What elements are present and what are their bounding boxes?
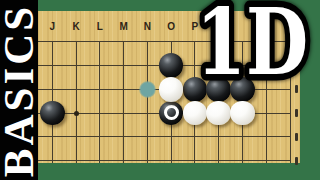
circle-marker-O16: [164, 105, 179, 120]
rank-badge: 1D: [188, 0, 320, 92]
column-label-M: M: [114, 20, 134, 33]
stone-black-J16[interactable]: [40, 101, 65, 126]
column-label-O: O: [161, 20, 181, 33]
column-label-J: J: [42, 20, 62, 33]
rank-text: 1D: [196, 0, 308, 92]
grid-line-horizontal-14: [38, 160, 291, 161]
grid-line-vertical-N: [147, 42, 148, 163]
row-coordinate-clipped-14: [295, 157, 298, 165]
row-coordinate-clipped-15: [295, 133, 298, 141]
grid-line-vertical-L: [99, 42, 100, 163]
column-label-K: K: [66, 20, 86, 33]
star-point-K16: [74, 111, 79, 116]
stone-white-O17[interactable]: [159, 77, 184, 102]
grid-line-vertical-M: [123, 42, 124, 163]
column-label-L: L: [90, 20, 110, 33]
stone-black-O18[interactable]: [159, 53, 184, 78]
stone-white-R16[interactable]: [230, 101, 255, 126]
stone-white-Q16[interactable]: [206, 101, 231, 126]
grid-line-horizontal-15: [38, 136, 291, 137]
column-label-N: N: [137, 20, 157, 33]
grid-line-vertical-K: [76, 42, 77, 163]
banner-text: BASICS: [0, 3, 41, 176]
video-frame: JKLMNOPQ BASICS 1D: [0, 0, 320, 180]
row-coordinate-clipped-16: [295, 109, 298, 117]
basics-banner: BASICS: [0, 0, 38, 180]
highlight-dot-N17[interactable]: [139, 81, 156, 98]
